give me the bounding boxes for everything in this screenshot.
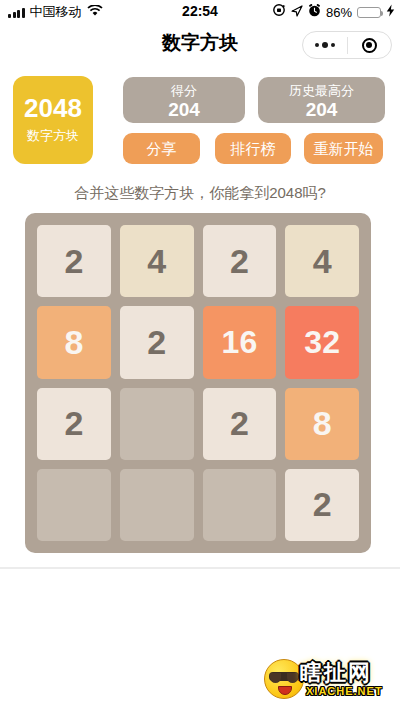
share-button[interactable]: 分享 — [123, 133, 200, 164]
alarm-icon — [308, 3, 321, 21]
best-score-value: 204 — [258, 100, 385, 120]
charging-bolt-icon — [386, 3, 395, 21]
carrier-label: 中国移动 — [30, 3, 82, 21]
sunglasses-emoji-icon — [264, 659, 304, 699]
status-left: 中国移动 — [8, 3, 103, 21]
tile-8: 8 — [285, 388, 359, 460]
app-screen: 中国移动 22:54 — [0, 0, 400, 711]
restart-button[interactable]: 重新开始 — [304, 133, 383, 164]
cell-empty — [120, 469, 194, 541]
board[interactable]: 24248216322282 — [25, 213, 371, 553]
tile-8: 8 — [37, 306, 111, 378]
watermark-url: XIACHE.NET — [306, 685, 383, 697]
best-score-label: 历史最高分 — [258, 82, 385, 100]
cell-empty — [203, 469, 277, 541]
tile-32: 32 — [285, 306, 359, 378]
tile-4: 4 — [120, 225, 194, 297]
logo-subtitle: 数字方块 — [13, 127, 93, 145]
site-watermark: 瞎扯网 XIACHE.NET — [264, 656, 396, 704]
status-right: 86% — [272, 3, 395, 21]
score-value: 204 — [123, 100, 245, 120]
score-label: 得分 — [123, 82, 245, 100]
score-box: 得分 204 — [123, 77, 245, 123]
battery-percent-label: 86% — [326, 5, 352, 20]
logo-title: 2048 — [13, 93, 93, 124]
goal-subtitle: 合并这些数字方块，你能拿到2048吗? — [0, 184, 400, 203]
battery-icon — [357, 7, 381, 18]
best-score-box: 历史最高分 204 — [258, 77, 385, 123]
tile-2: 2 — [203, 388, 277, 460]
close-circle-icon — [362, 38, 377, 53]
rotation-lock-icon — [272, 3, 286, 21]
miniprogram-capsule — [302, 31, 392, 59]
tile-2: 2 — [37, 225, 111, 297]
location-icon — [291, 3, 303, 21]
wifi-icon — [87, 3, 103, 21]
cell-empty — [37, 469, 111, 541]
tile-2: 2 — [37, 388, 111, 460]
tile-4: 4 — [285, 225, 359, 297]
close-miniprogram-button[interactable] — [348, 32, 392, 58]
nav-bar: 数字方块 — [0, 22, 400, 64]
section-divider — [0, 567, 400, 569]
more-menu-button[interactable] — [303, 32, 347, 58]
tile-2: 2 — [285, 469, 359, 541]
game-logo: 2048 数字方块 — [13, 76, 93, 164]
tile-2: 2 — [203, 225, 277, 297]
status-bar: 中国移动 22:54 — [0, 0, 400, 22]
tile-2: 2 — [120, 306, 194, 378]
cell-empty — [120, 388, 194, 460]
signal-icon — [8, 7, 25, 18]
leaderboard-button[interactable]: 排行榜 — [215, 133, 291, 164]
watermark-name: 瞎扯网 — [300, 658, 372, 688]
tile-16: 16 — [203, 306, 277, 378]
